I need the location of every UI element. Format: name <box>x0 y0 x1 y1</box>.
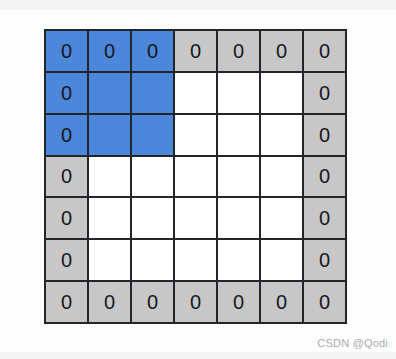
grid-cell-r6c5: 0 <box>261 282 302 322</box>
grid-cell-r4c0: 0 <box>46 198 87 238</box>
grid-cell-r0c6: 0 <box>304 31 345 71</box>
grid-cell-r6c3: 0 <box>175 282 216 322</box>
page-bottom-band <box>0 352 396 359</box>
grid-cell-r4c3 <box>175 198 216 238</box>
grid-cell-r0c1: 0 <box>89 31 130 71</box>
grid-cell-r5c3 <box>175 240 216 280</box>
grid-cell-r4c2 <box>132 198 173 238</box>
grid-cell-r5c6: 0 <box>304 240 345 280</box>
grid-cell-r2c2 <box>132 115 173 155</box>
grid-cell-r5c4 <box>218 240 259 280</box>
grid-cell-r0c0: 0 <box>46 31 87 71</box>
grid-cell-r5c2 <box>132 240 173 280</box>
grid-cell-r1c4 <box>218 73 259 113</box>
watermark-text: CSDN @Qodi <box>317 337 388 349</box>
grid-cell-r3c5 <box>261 157 302 197</box>
grid-cell-r4c5 <box>261 198 302 238</box>
grid-cell-r6c6: 0 <box>304 282 345 322</box>
grid-cell-r4c6: 0 <box>304 198 345 238</box>
grid-cell-r2c3 <box>175 115 216 155</box>
grid-cell-r2c1 <box>89 115 130 155</box>
grid-cell-r3c2 <box>132 157 173 197</box>
grid-cell-r6c1: 0 <box>89 282 130 322</box>
grid-cell-r1c5 <box>261 73 302 113</box>
grid-cell-r5c0: 0 <box>46 240 87 280</box>
grid-cell-r3c3 <box>175 157 216 197</box>
grid-cell-r6c2: 0 <box>132 282 173 322</box>
grid-cell-r3c6: 0 <box>304 157 345 197</box>
grid-cell-r5c5 <box>261 240 302 280</box>
grid-cell-r1c6: 0 <box>304 73 345 113</box>
grid-cell-r2c4 <box>218 115 259 155</box>
page-top-band <box>0 0 396 10</box>
padding-grid: 000000000000000000000000 <box>44 29 347 324</box>
grid-cell-r3c0: 0 <box>46 157 87 197</box>
grid-cell-r0c5: 0 <box>261 31 302 71</box>
grid-cell-r3c4 <box>218 157 259 197</box>
grid-cell-r2c6: 0 <box>304 115 345 155</box>
grid-cell-r0c2: 0 <box>132 31 173 71</box>
grid-cell-r0c4: 0 <box>218 31 259 71</box>
grid-cell-r6c4: 0 <box>218 282 259 322</box>
grid-cell-r0c3: 0 <box>175 31 216 71</box>
grid-cell-r2c5 <box>261 115 302 155</box>
grid-cell-r1c2 <box>132 73 173 113</box>
grid-cell-r4c1 <box>89 198 130 238</box>
grid-cell-r5c1 <box>89 240 130 280</box>
grid-cell-r1c0: 0 <box>46 73 87 113</box>
grid-cell-r6c0: 0 <box>46 282 87 322</box>
grid-cell-r1c3 <box>175 73 216 113</box>
grid-cell-r1c1 <box>89 73 130 113</box>
grid-cell-r4c4 <box>218 198 259 238</box>
grid-cell-r3c1 <box>89 157 130 197</box>
grid-cell-r2c0: 0 <box>46 115 87 155</box>
